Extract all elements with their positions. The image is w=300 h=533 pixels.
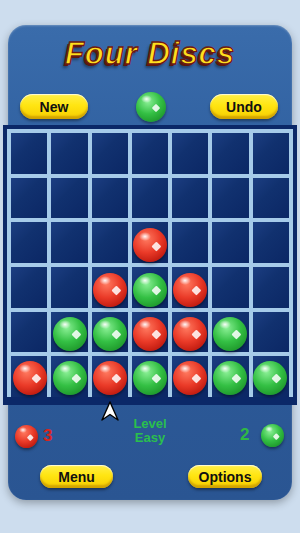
board-cell-c7-r4[interactable] bbox=[253, 267, 289, 308]
next-piece-disc bbox=[136, 92, 166, 122]
red-player-disc-icon bbox=[15, 425, 38, 448]
board-cell-c5-r4[interactable] bbox=[172, 267, 208, 308]
board-cell-c3-r3[interactable] bbox=[92, 222, 128, 263]
board-cell-c6-r5[interactable] bbox=[212, 312, 248, 353]
board-cell-c5-r6[interactable] bbox=[172, 356, 208, 397]
board-cell-c1-r2[interactable] bbox=[11, 178, 47, 219]
board-cell-c3-r1[interactable] bbox=[92, 133, 128, 174]
board-cell-c4-r6[interactable] bbox=[132, 356, 168, 397]
board-cell-c4-r5[interactable] bbox=[132, 312, 168, 353]
board-cell-c2-r5[interactable] bbox=[51, 312, 87, 353]
board-cell-c4-r4[interactable] bbox=[132, 267, 168, 308]
board-cell-c7-r2[interactable] bbox=[253, 178, 289, 219]
board-cell-c6-r4[interactable] bbox=[212, 267, 248, 308]
options-button[interactable]: Options bbox=[188, 465, 262, 488]
board-cell-c2-r2[interactable] bbox=[51, 178, 87, 219]
board-cell-c5-r2[interactable] bbox=[172, 178, 208, 219]
page-title: Four Discs bbox=[0, 36, 300, 72]
level-indicator: Level Easy bbox=[100, 417, 200, 445]
board-cell-c7-r6[interactable] bbox=[253, 356, 289, 397]
board-cell-c6-r2[interactable] bbox=[212, 178, 248, 219]
board-cell-c2-r3[interactable] bbox=[51, 222, 87, 263]
app-screen: Four Discs New Undo 3 Level Easy 2 Menu … bbox=[0, 0, 300, 533]
board-cell-c5-r3[interactable] bbox=[172, 222, 208, 263]
board-cell-c4-r2[interactable] bbox=[132, 178, 168, 219]
board-cell-c6-r3[interactable] bbox=[212, 222, 248, 263]
board-cell-c1-r4[interactable] bbox=[11, 267, 47, 308]
board-cell-c4-r1[interactable] bbox=[132, 133, 168, 174]
board-cell-c5-r1[interactable] bbox=[172, 133, 208, 174]
undo-button[interactable]: Undo bbox=[210, 94, 278, 119]
board-cell-c7-r1[interactable] bbox=[253, 133, 289, 174]
game-board bbox=[3, 125, 297, 405]
board-cell-c7-r3[interactable] bbox=[253, 222, 289, 263]
board-cell-c1-r3[interactable] bbox=[11, 222, 47, 263]
board-cell-c4-r3[interactable] bbox=[132, 222, 168, 263]
green-player-disc-icon bbox=[261, 424, 284, 447]
red-score: 3 bbox=[43, 426, 52, 446]
menu-button[interactable]: Menu bbox=[40, 465, 113, 488]
board-cell-c6-r6[interactable] bbox=[212, 356, 248, 397]
board-cell-c3-r6[interactable] bbox=[92, 356, 128, 397]
new-button[interactable]: New bbox=[20, 94, 88, 119]
board-cell-c3-r5[interactable] bbox=[92, 312, 128, 353]
board-cell-c1-r5[interactable] bbox=[11, 312, 47, 353]
board-cell-c6-r1[interactable] bbox=[212, 133, 248, 174]
board-cell-c1-r6[interactable] bbox=[11, 356, 47, 397]
board-cell-c3-r4[interactable] bbox=[92, 267, 128, 308]
board-grid bbox=[7, 129, 293, 397]
board-cell-c1-r1[interactable] bbox=[11, 133, 47, 174]
board-cell-c2-r6[interactable] bbox=[51, 356, 87, 397]
green-score: 2 bbox=[240, 425, 249, 445]
board-cell-c2-r4[interactable] bbox=[51, 267, 87, 308]
board-cell-c2-r1[interactable] bbox=[51, 133, 87, 174]
board-cell-c7-r5[interactable] bbox=[253, 312, 289, 353]
drop-cursor-icon bbox=[100, 401, 120, 421]
board-cell-c5-r5[interactable] bbox=[172, 312, 208, 353]
level-value: Easy bbox=[100, 431, 200, 445]
board-cell-c3-r2[interactable] bbox=[92, 178, 128, 219]
